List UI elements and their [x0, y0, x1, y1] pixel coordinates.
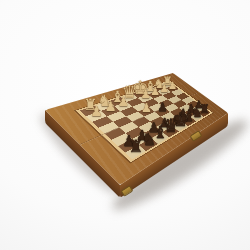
board-frame	[45, 73, 228, 185]
product-photo: ♜♞♝♛♚♝♞♜♟♟♟♟♟♟♟♟♟♟♟♟♟♟♟♟♜♞♝♛♚♝♞♜	[0, 0, 250, 250]
chess-board	[45, 73, 228, 185]
